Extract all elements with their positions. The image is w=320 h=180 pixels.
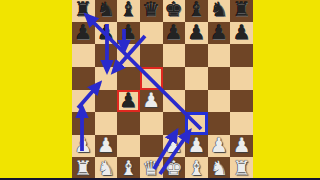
square-e5[interactable] <box>163 67 186 90</box>
square-h1[interactable]: ♜ <box>230 157 253 180</box>
square-d7[interactable] <box>140 22 163 45</box>
white-pawn-e2: ♟ <box>165 135 183 155</box>
square-d1[interactable]: ♛ <box>140 157 163 180</box>
square-b4[interactable] <box>95 90 118 113</box>
square-a2[interactable]: ♟ <box>72 135 95 158</box>
right-yellow-bar <box>253 0 320 180</box>
square-d3[interactable] <box>140 112 163 135</box>
square-e3[interactable] <box>163 112 186 135</box>
chess-board: ♜♞♝♛♚♝♞♜♟♟♟♟♟♟♟♟♟♟♟♟♟♟♟♜♞♝♛♚♝♞♜ <box>72 0 253 180</box>
square-c1[interactable]: ♝ <box>117 157 140 180</box>
square-d8[interactable]: ♛ <box>140 0 163 22</box>
black-pawn-g7: ♟ <box>210 22 228 42</box>
square-g2[interactable]: ♟ <box>208 135 231 158</box>
square-a5[interactable] <box>72 67 95 90</box>
white-knight-g1: ♞ <box>210 158 228 178</box>
white-king-e1: ♚ <box>165 158 183 178</box>
black-king-e8: ♚ <box>165 0 183 19</box>
black-bishop-c8: ♝ <box>120 0 138 19</box>
black-pawn-b7: ♟ <box>97 22 115 42</box>
square-g5[interactable] <box>208 67 231 90</box>
square-f6[interactable] <box>185 44 208 67</box>
square-b5[interactable] <box>95 67 118 90</box>
square-b6[interactable] <box>95 44 118 67</box>
black-pawn-h7: ♟ <box>233 22 251 42</box>
square-a4[interactable] <box>72 90 95 113</box>
square-g1[interactable]: ♞ <box>208 157 231 180</box>
white-pawn-f2: ♟ <box>187 135 205 155</box>
square-e7[interactable]: ♟ <box>163 22 186 45</box>
left-yellow-bar <box>0 0 72 180</box>
square-c8[interactable]: ♝ <box>117 0 140 22</box>
square-d5[interactable] <box>140 67 163 90</box>
black-knight-b8: ♞ <box>97 0 115 19</box>
white-pawn-d4: ♟ <box>142 90 160 110</box>
square-a8[interactable]: ♜ <box>72 0 95 22</box>
black-pawn-a7: ♟ <box>74 22 92 42</box>
square-h2[interactable]: ♟ <box>230 135 253 158</box>
square-e8[interactable]: ♚ <box>163 0 186 22</box>
square-g6[interactable] <box>208 44 231 67</box>
square-b2[interactable]: ♟ <box>95 135 118 158</box>
square-g8[interactable]: ♞ <box>208 0 231 22</box>
square-f8[interactable]: ♝ <box>185 0 208 22</box>
square-g7[interactable]: ♟ <box>208 22 231 45</box>
square-h4[interactable] <box>230 90 253 113</box>
square-h7[interactable]: ♟ <box>230 22 253 45</box>
square-a3[interactable] <box>72 112 95 135</box>
square-h5[interactable] <box>230 67 253 90</box>
square-b1[interactable]: ♞ <box>95 157 118 180</box>
square-a1[interactable]: ♜ <box>72 157 95 180</box>
white-pawn-g2: ♟ <box>210 135 228 155</box>
black-rook-a8: ♜ <box>74 0 92 19</box>
white-pawn-h2: ♟ <box>233 135 251 155</box>
square-g3[interactable] <box>208 112 231 135</box>
black-pawn-c7: ♟ <box>120 22 138 42</box>
square-a6[interactable] <box>72 44 95 67</box>
black-pawn-e7: ♟ <box>165 22 183 42</box>
black-knight-g8: ♞ <box>210 0 228 19</box>
square-e1[interactable]: ♚ <box>163 157 186 180</box>
black-queen-d8: ♛ <box>142 0 160 19</box>
square-h8[interactable]: ♜ <box>230 0 253 22</box>
square-b3[interactable] <box>95 112 118 135</box>
square-b7[interactable]: ♟ <box>95 22 118 45</box>
square-f2[interactable]: ♟ <box>185 135 208 158</box>
white-knight-b1: ♞ <box>97 158 115 178</box>
square-d6[interactable] <box>140 44 163 67</box>
black-pawn-f7: ♟ <box>187 22 205 42</box>
square-d4[interactable]: ♟ <box>140 90 163 113</box>
square-h3[interactable] <box>230 112 253 135</box>
square-c4[interactable]: ♟ <box>117 90 140 113</box>
square-f3[interactable] <box>185 112 208 135</box>
square-d2[interactable] <box>140 135 163 158</box>
square-b8[interactable]: ♞ <box>95 0 118 22</box>
square-c5[interactable] <box>117 67 140 90</box>
square-a7[interactable]: ♟ <box>72 22 95 45</box>
square-f4[interactable] <box>185 90 208 113</box>
square-e2[interactable]: ♟ <box>163 135 186 158</box>
black-bishop-f8: ♝ <box>187 0 205 19</box>
square-c7[interactable]: ♟ <box>117 22 140 45</box>
square-f7[interactable]: ♟ <box>185 22 208 45</box>
square-e6[interactable] <box>163 44 186 67</box>
white-rook-a1: ♜ <box>74 158 92 178</box>
white-bishop-c1: ♝ <box>120 158 138 178</box>
white-pawn-b2: ♟ <box>97 135 115 155</box>
square-c6[interactable] <box>117 44 140 67</box>
black-pawn-c4: ♟ <box>120 90 138 110</box>
square-c3[interactable] <box>117 112 140 135</box>
square-e4[interactable] <box>163 90 186 113</box>
bottom-edge-line <box>0 178 320 180</box>
white-bishop-f1: ♝ <box>187 158 205 178</box>
square-h6[interactable] <box>230 44 253 67</box>
square-c2[interactable] <box>117 135 140 158</box>
square-f1[interactable]: ♝ <box>185 157 208 180</box>
white-rook-h1: ♜ <box>233 158 251 178</box>
white-pawn-a2: ♟ <box>74 135 92 155</box>
thumbnail-frame: ♜♞♝♛♚♝♞♜♟♟♟♟♟♟♟♟♟♟♟♟♟♟♟♜♞♝♛♚♝♞♜ <box>0 0 320 180</box>
white-queen-d1: ♛ <box>142 158 160 178</box>
black-rook-h8: ♜ <box>233 0 251 19</box>
square-g4[interactable] <box>208 90 231 113</box>
square-f5[interactable] <box>185 67 208 90</box>
